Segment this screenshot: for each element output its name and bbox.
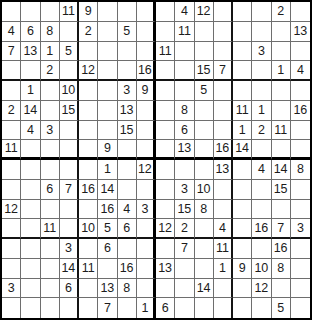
cell-r1c2-empty[interactable] (21, 2, 40, 22)
cell-r7c1-empty[interactable] (2, 121, 21, 141)
cell-r4c13-empty[interactable] (233, 61, 252, 81)
cell-r6c9-empty[interactable] (156, 101, 175, 121)
cell-r4c12-given[interactable]: 7 (214, 61, 233, 81)
cell-r15c2-empty[interactable] (21, 279, 40, 299)
cell-r13c15-given[interactable]: 16 (272, 239, 291, 259)
cell-r4c5-given[interactable]: 12 (79, 61, 98, 81)
cell-r5c11-given[interactable]: 5 (195, 81, 214, 101)
cell-r3c15-empty[interactable] (272, 42, 291, 62)
cell-r16c14-empty[interactable] (252, 298, 271, 318)
cell-r11c3-empty[interactable] (41, 200, 60, 220)
cell-r7c11-empty[interactable] (195, 121, 214, 141)
cell-r16c12-empty[interactable] (214, 298, 233, 318)
cell-r7c16-empty[interactable] (291, 121, 310, 141)
cell-r3c7-empty[interactable] (118, 42, 137, 62)
cell-r11c1-given[interactable]: 12 (2, 200, 21, 220)
cell-r13c6-given[interactable]: 6 (98, 239, 117, 259)
cell-r3c12-empty[interactable] (214, 42, 233, 62)
cell-r12c15-given[interactable]: 7 (272, 219, 291, 239)
cell-r8c10-given[interactable]: 13 (175, 140, 194, 160)
cell-r9c1-empty[interactable] (2, 160, 21, 180)
cell-r16c16-empty[interactable] (291, 298, 310, 318)
cell-r4c3-given[interactable]: 2 (41, 61, 60, 81)
cell-r14c7-given[interactable]: 16 (118, 259, 137, 279)
cell-r5c16-empty[interactable] (291, 81, 310, 101)
cell-r7c3-given[interactable]: 3 (41, 121, 60, 141)
cell-r12c4-empty[interactable] (60, 219, 79, 239)
cell-r14c6-empty[interactable] (98, 259, 117, 279)
cell-r5c6-empty[interactable] (98, 81, 117, 101)
cell-r13c10-given[interactable]: 7 (175, 239, 194, 259)
cell-r6c11-empty[interactable] (195, 101, 214, 121)
cell-r16c4-empty[interactable] (60, 298, 79, 318)
cell-r5c12-empty[interactable] (214, 81, 233, 101)
cell-r11c14-empty[interactable] (252, 200, 271, 220)
cell-r9c13-empty[interactable] (233, 160, 252, 180)
cell-r7c9-empty[interactable] (156, 121, 175, 141)
cell-r5c3-empty[interactable] (41, 81, 60, 101)
cell-r2c6-empty[interactable] (98, 22, 117, 42)
cell-r14c13-given[interactable]: 9 (233, 259, 252, 279)
cell-r11c7-given[interactable]: 4 (118, 200, 137, 220)
cell-r4c1-empty[interactable] (2, 61, 21, 81)
cell-r13c5-empty[interactable] (79, 239, 98, 259)
cell-r5c1-empty[interactable] (2, 81, 21, 101)
cell-r6c2-given[interactable]: 14 (21, 101, 40, 121)
cell-r16c1-empty[interactable] (2, 298, 21, 318)
cell-r7c7-given[interactable]: 15 (118, 121, 137, 141)
cell-r15c9-empty[interactable] (156, 279, 175, 299)
cell-r10c8-empty[interactable] (137, 180, 156, 200)
cell-r2c15-empty[interactable] (272, 22, 291, 42)
cell-r16c7-empty[interactable] (118, 298, 137, 318)
cell-r13c3-empty[interactable] (41, 239, 60, 259)
cell-r1c9-empty[interactable] (156, 2, 175, 22)
cell-r12c10-given[interactable]: 2 (175, 219, 194, 239)
sudoku-16x16-board: 1194122468251113713151132121615714110395… (0, 0, 312, 320)
cell-r9c12-given[interactable]: 13 (214, 160, 233, 180)
cell-r5c4-given[interactable]: 10 (60, 81, 79, 101)
cell-r7c6-empty[interactable] (98, 121, 117, 141)
cell-r2c13-empty[interactable] (233, 22, 252, 42)
cell-r2c3-given[interactable]: 8 (41, 22, 60, 42)
cell-r11c4-empty[interactable] (60, 200, 79, 220)
cell-r14c2-empty[interactable] (21, 259, 40, 279)
cell-r10c6-given[interactable]: 14 (98, 180, 117, 200)
cell-r4c6-empty[interactable] (98, 61, 117, 81)
cell-r4c14-empty[interactable] (252, 61, 271, 81)
cell-r2c5-given[interactable]: 2 (79, 22, 98, 42)
cell-r13c11-empty[interactable] (195, 239, 214, 259)
cell-r15c4-given[interactable]: 6 (60, 279, 79, 299)
cell-r13c8-empty[interactable] (137, 239, 156, 259)
cell-r2c11-empty[interactable] (195, 22, 214, 42)
cell-r7c4-empty[interactable] (60, 121, 79, 141)
cell-r8c6-given[interactable]: 9 (98, 140, 117, 160)
cell-r10c4-given[interactable]: 7 (60, 180, 79, 200)
cell-r4c8-given[interactable]: 16 (137, 61, 156, 81)
cell-r2c16-given[interactable]: 13 (291, 22, 310, 42)
cell-r3c11-empty[interactable] (195, 42, 214, 62)
cell-r14c16-empty[interactable] (291, 259, 310, 279)
cell-r15c10-empty[interactable] (175, 279, 194, 299)
cell-r4c15-given[interactable]: 1 (272, 61, 291, 81)
cell-r1c6-empty[interactable] (98, 2, 117, 22)
cell-r6c4-given[interactable]: 15 (60, 101, 79, 121)
cell-r13c7-empty[interactable] (118, 239, 137, 259)
cell-r15c7-given[interactable]: 8 (118, 279, 137, 299)
cell-r7c10-given[interactable]: 6 (175, 121, 194, 141)
cell-r16c9-given[interactable]: 6 (156, 298, 175, 318)
cell-r14c9-given[interactable]: 13 (156, 259, 175, 279)
cell-r1c4-given[interactable]: 11 (60, 2, 79, 22)
cell-r10c14-empty[interactable] (252, 180, 271, 200)
cell-r15c14-given[interactable]: 12 (252, 279, 271, 299)
cell-r14c1-empty[interactable] (2, 259, 21, 279)
cell-r3c3-given[interactable]: 1 (41, 42, 60, 62)
cell-r8c5-empty[interactable] (79, 140, 98, 160)
cell-r7c5-empty[interactable] (79, 121, 98, 141)
cell-r8c1-given[interactable]: 11 (2, 140, 21, 160)
cell-r12c3-given[interactable]: 11 (41, 219, 60, 239)
cell-r8c3-empty[interactable] (41, 140, 60, 160)
cell-r2c14-empty[interactable] (252, 22, 271, 42)
cell-r3c10-empty[interactable] (175, 42, 194, 62)
cell-r3c4-given[interactable]: 5 (60, 42, 79, 62)
cell-r10c2-empty[interactable] (21, 180, 40, 200)
cell-r12c11-empty[interactable] (195, 219, 214, 239)
cell-r13c4-given[interactable]: 3 (60, 239, 79, 259)
cell-r9c7-empty[interactable] (118, 160, 137, 180)
cell-r12c12-given[interactable]: 4 (214, 219, 233, 239)
cell-r5c2-given[interactable]: 1 (21, 81, 40, 101)
cell-r16c3-empty[interactable] (41, 298, 60, 318)
cell-r9c15-given[interactable]: 14 (272, 160, 291, 180)
cell-r1c16-empty[interactable] (291, 2, 310, 22)
cell-r12c16-given[interactable]: 3 (291, 219, 310, 239)
cell-r16c10-empty[interactable] (175, 298, 194, 318)
cell-r15c12-empty[interactable] (214, 279, 233, 299)
cell-r1c8-empty[interactable] (137, 2, 156, 22)
cell-r13c9-empty[interactable] (156, 239, 175, 259)
cell-r14c5-given[interactable]: 11 (79, 259, 98, 279)
cell-r4c7-empty[interactable] (118, 61, 137, 81)
cell-r9c6-given[interactable]: 1 (98, 160, 117, 180)
cell-r7c13-given[interactable]: 1 (233, 121, 252, 141)
cell-r8c7-empty[interactable] (118, 140, 137, 160)
cell-r6c10-given[interactable]: 8 (175, 101, 194, 121)
cell-r11c13-empty[interactable] (233, 200, 252, 220)
cell-r14c15-given[interactable]: 8 (272, 259, 291, 279)
cell-r6c12-empty[interactable] (214, 101, 233, 121)
cell-r5c8-given[interactable]: 9 (137, 81, 156, 101)
cell-r6c13-given[interactable]: 11 (233, 101, 252, 121)
cell-r2c9-empty[interactable] (156, 22, 175, 42)
cell-r3c2-given[interactable]: 13 (21, 42, 40, 62)
cell-r4c2-empty[interactable] (21, 61, 40, 81)
cell-r8c15-empty[interactable] (272, 140, 291, 160)
cell-r8c11-empty[interactable] (195, 140, 214, 160)
cell-r8c4-empty[interactable] (60, 140, 79, 160)
cell-r16c2-empty[interactable] (21, 298, 40, 318)
cell-r11c10-given[interactable]: 15 (175, 200, 194, 220)
cell-r15c3-empty[interactable] (41, 279, 60, 299)
cell-r15c5-empty[interactable] (79, 279, 98, 299)
cell-r4c10-empty[interactable] (175, 61, 194, 81)
cell-r3c5-empty[interactable] (79, 42, 98, 62)
cell-r2c4-empty[interactable] (60, 22, 79, 42)
cell-r7c8-empty[interactable] (137, 121, 156, 141)
cell-r9c4-empty[interactable] (60, 160, 79, 180)
cell-r5c9-empty[interactable] (156, 81, 175, 101)
cell-r2c7-given[interactable]: 5 (118, 22, 137, 42)
cell-r13c12-given[interactable]: 11 (214, 239, 233, 259)
cell-r2c2-given[interactable]: 6 (21, 22, 40, 42)
cell-r5c10-empty[interactable] (175, 81, 194, 101)
cell-r11c11-given[interactable]: 8 (195, 200, 214, 220)
cell-r13c2-empty[interactable] (21, 239, 40, 259)
cell-r2c12-empty[interactable] (214, 22, 233, 42)
cell-r15c16-empty[interactable] (291, 279, 310, 299)
cell-r15c15-empty[interactable] (272, 279, 291, 299)
cell-r9c16-given[interactable]: 8 (291, 160, 310, 180)
cell-r3c16-empty[interactable] (291, 42, 310, 62)
cell-r7c14-given[interactable]: 2 (252, 121, 271, 141)
cell-r6c16-given[interactable]: 16 (291, 101, 310, 121)
cell-r13c16-empty[interactable] (291, 239, 310, 259)
cell-r1c15-given[interactable]: 2 (272, 2, 291, 22)
cell-r11c5-empty[interactable] (79, 200, 98, 220)
cell-r9c8-given[interactable]: 12 (137, 160, 156, 180)
cell-r6c8-empty[interactable] (137, 101, 156, 121)
cell-r5c14-empty[interactable] (252, 81, 271, 101)
cell-r1c13-empty[interactable] (233, 2, 252, 22)
cell-r11c12-empty[interactable] (214, 200, 233, 220)
cell-r1c10-given[interactable]: 4 (175, 2, 194, 22)
cell-r8c2-empty[interactable] (21, 140, 40, 160)
cell-r15c13-empty[interactable] (233, 279, 252, 299)
cell-r12c2-empty[interactable] (21, 219, 40, 239)
cell-r10c10-given[interactable]: 3 (175, 180, 194, 200)
cell-r15c1-given[interactable]: 3 (2, 279, 21, 299)
cell-r10c11-given[interactable]: 10 (195, 180, 214, 200)
cell-r1c5-given[interactable]: 9 (79, 2, 98, 22)
cell-r6c14-given[interactable]: 1 (252, 101, 271, 121)
cell-r8c16-empty[interactable] (291, 140, 310, 160)
cell-r9c11-empty[interactable] (195, 160, 214, 180)
cell-r1c1-empty[interactable] (2, 2, 21, 22)
cell-r16c5-empty[interactable] (79, 298, 98, 318)
cell-r11c6-given[interactable]: 16 (98, 200, 117, 220)
cell-r10c3-given[interactable]: 6 (41, 180, 60, 200)
cell-r12c7-given[interactable]: 6 (118, 219, 137, 239)
cell-r7c15-given[interactable]: 11 (272, 121, 291, 141)
cell-r6c3-empty[interactable] (41, 101, 60, 121)
cell-r4c11-given[interactable]: 15 (195, 61, 214, 81)
cell-r3c13-empty[interactable] (233, 42, 252, 62)
cell-r9c10-empty[interactable] (175, 160, 194, 180)
cell-r12c13-empty[interactable] (233, 219, 252, 239)
cell-r10c13-empty[interactable] (233, 180, 252, 200)
cell-r12c9-given[interactable]: 12 (156, 219, 175, 239)
cell-r15c6-given[interactable]: 13 (98, 279, 117, 299)
cell-r1c12-empty[interactable] (214, 2, 233, 22)
cell-r10c15-given[interactable]: 15 (272, 180, 291, 200)
cell-r3c6-empty[interactable] (98, 42, 117, 62)
cell-r16c11-empty[interactable] (195, 298, 214, 318)
cell-r10c5-given[interactable]: 16 (79, 180, 98, 200)
cell-r15c11-given[interactable]: 14 (195, 279, 214, 299)
cell-r5c15-empty[interactable] (272, 81, 291, 101)
cell-r14c8-empty[interactable] (137, 259, 156, 279)
cell-r13c13-empty[interactable] (233, 239, 252, 259)
cell-r6c5-empty[interactable] (79, 101, 98, 121)
cell-r7c2-given[interactable]: 4 (21, 121, 40, 141)
cell-r12c5-given[interactable]: 10 (79, 219, 98, 239)
cell-r3c9-given[interactable]: 11 (156, 42, 175, 62)
cell-r9c5-empty[interactable] (79, 160, 98, 180)
cell-r1c7-empty[interactable] (118, 2, 137, 22)
cell-r7c12-empty[interactable] (214, 121, 233, 141)
cell-r8c13-given[interactable]: 14 (233, 140, 252, 160)
cell-r10c16-empty[interactable] (291, 180, 310, 200)
cell-r8c9-empty[interactable] (156, 140, 175, 160)
cell-r12c1-empty[interactable] (2, 219, 21, 239)
cell-r6c15-empty[interactable] (272, 101, 291, 121)
cell-r5c5-empty[interactable] (79, 81, 98, 101)
cell-r10c12-empty[interactable] (214, 180, 233, 200)
cell-r14c10-empty[interactable] (175, 259, 194, 279)
cell-r9c14-given[interactable]: 4 (252, 160, 271, 180)
cell-r14c12-given[interactable]: 1 (214, 259, 233, 279)
cell-r8c12-given[interactable]: 16 (214, 140, 233, 160)
cell-r16c8-given[interactable]: 1 (137, 298, 156, 318)
cell-r3c1-given[interactable]: 7 (2, 42, 21, 62)
cell-r13c14-empty[interactable] (252, 239, 271, 259)
cell-r3c8-empty[interactable] (137, 42, 156, 62)
cell-r14c4-given[interactable]: 14 (60, 259, 79, 279)
cell-r2c8-empty[interactable] (137, 22, 156, 42)
cell-r11c16-empty[interactable] (291, 200, 310, 220)
cell-r16c15-given[interactable]: 5 (272, 298, 291, 318)
cell-r11c9-empty[interactable] (156, 200, 175, 220)
cell-r11c15-empty[interactable] (272, 200, 291, 220)
cell-r1c11-given[interactable]: 12 (195, 2, 214, 22)
cell-r12c6-given[interactable]: 5 (98, 219, 117, 239)
cell-r11c2-empty[interactable] (21, 200, 40, 220)
cell-r16c13-empty[interactable] (233, 298, 252, 318)
cell-r9c3-empty[interactable] (41, 160, 60, 180)
cell-r11c8-given[interactable]: 3 (137, 200, 156, 220)
cell-r10c1-empty[interactable] (2, 180, 21, 200)
cell-r16c6-given[interactable]: 7 (98, 298, 117, 318)
cell-r14c3-empty[interactable] (41, 259, 60, 279)
cell-r4c4-empty[interactable] (60, 61, 79, 81)
cell-r5c7-given[interactable]: 3 (118, 81, 137, 101)
cell-r2c1-given[interactable]: 4 (2, 22, 21, 42)
cell-r15c8-empty[interactable] (137, 279, 156, 299)
cell-r10c9-empty[interactable] (156, 180, 175, 200)
cell-r8c8-empty[interactable] (137, 140, 156, 160)
cell-r6c6-empty[interactable] (98, 101, 117, 121)
cell-r2c10-given[interactable]: 11 (175, 22, 194, 42)
cell-r9c2-empty[interactable] (21, 160, 40, 180)
cell-r12c14-given[interactable]: 16 (252, 219, 271, 239)
cell-r13c1-empty[interactable] (2, 239, 21, 259)
cell-r5c13-empty[interactable] (233, 81, 252, 101)
cell-r4c9-empty[interactable] (156, 61, 175, 81)
cell-r6c7-given[interactable]: 13 (118, 101, 137, 121)
cell-r8c14-empty[interactable] (252, 140, 271, 160)
cell-r1c3-empty[interactable] (41, 2, 60, 22)
cell-r14c11-empty[interactable] (195, 259, 214, 279)
cell-r3c14-given[interactable]: 3 (252, 42, 271, 62)
cell-r6c1-given[interactable]: 2 (2, 101, 21, 121)
cell-r9c9-empty[interactable] (156, 160, 175, 180)
page: 1194122468251113713151132121615714110395… (0, 0, 312, 320)
cell-r14c14-given[interactable]: 10 (252, 259, 271, 279)
cell-r1c14-empty[interactable] (252, 2, 271, 22)
cell-r4c16-given[interactable]: 4 (291, 61, 310, 81)
cell-r10c7-empty[interactable] (118, 180, 137, 200)
cell-r12c8-empty[interactable] (137, 219, 156, 239)
